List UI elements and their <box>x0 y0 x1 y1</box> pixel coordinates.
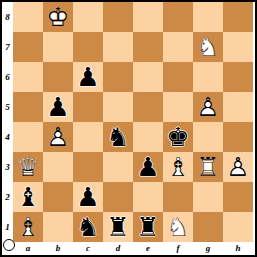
white-knight[interactable]: ♞♘ <box>193 32 223 62</box>
square-b3[interactable] <box>43 152 73 182</box>
rank-label-1: 1 <box>2 212 13 242</box>
square-f4[interactable]: ♚ <box>163 122 193 152</box>
black-piece-glyph: ♞ <box>73 212 103 242</box>
square-a7[interactable] <box>13 32 43 62</box>
file-label-g: g <box>193 242 223 255</box>
square-e2[interactable] <box>133 182 163 212</box>
square-c5[interactable] <box>73 92 103 122</box>
white-king[interactable]: ♚♔ <box>43 2 73 32</box>
white-piece-fill: ♞ <box>193 32 223 62</box>
square-d8[interactable] <box>103 2 133 32</box>
rank-label-5: 5 <box>2 92 13 122</box>
black-piece-glyph: ♚ <box>163 122 193 152</box>
square-e5[interactable] <box>133 92 163 122</box>
square-g3[interactable]: ♜♖ <box>193 152 223 182</box>
white-rook[interactable]: ♜♖ <box>193 152 223 182</box>
file-label-e: e <box>133 242 163 255</box>
square-b1[interactable] <box>43 212 73 242</box>
white-piece-outline: ♕ <box>13 152 43 182</box>
square-e6[interactable] <box>133 62 163 92</box>
black-bishop[interactable]: ♝ <box>13 182 43 212</box>
square-e3[interactable]: ♟ <box>133 152 163 182</box>
white-to-move-indicator <box>3 239 15 251</box>
black-piece-glyph: ♟ <box>73 62 103 92</box>
black-piece-glyph: ♟ <box>43 92 73 122</box>
white-piece-fill: ♚ <box>43 2 73 32</box>
square-e1[interactable]: ♜ <box>133 212 163 242</box>
square-a8[interactable] <box>13 2 43 32</box>
white-piece-outline: ♔ <box>43 2 73 32</box>
white-pawn[interactable]: ♟♙ <box>43 122 73 152</box>
square-h5[interactable] <box>223 92 253 122</box>
black-pawn[interactable]: ♟ <box>73 182 103 212</box>
square-e4[interactable] <box>133 122 163 152</box>
square-d6[interactable] <box>103 62 133 92</box>
square-h1[interactable] <box>223 212 253 242</box>
file-labels: abcdefgh <box>13 242 253 255</box>
square-a4[interactable] <box>13 122 43 152</box>
square-f2[interactable] <box>163 182 193 212</box>
black-pawn[interactable]: ♟ <box>73 62 103 92</box>
white-piece-fill: ♟ <box>193 92 223 122</box>
square-g4[interactable] <box>193 122 223 152</box>
white-knight[interactable]: ♞♘ <box>163 212 193 242</box>
square-h8[interactable] <box>223 2 253 32</box>
square-b7[interactable] <box>43 32 73 62</box>
square-e7[interactable] <box>133 32 163 62</box>
white-queen[interactable]: ♛♕ <box>13 152 43 182</box>
square-h6[interactable] <box>223 62 253 92</box>
white-pawn[interactable]: ♟♙ <box>223 152 253 182</box>
square-c7[interactable] <box>73 32 103 62</box>
rank-label-7: 7 <box>2 32 13 62</box>
file-label-d: d <box>103 242 133 255</box>
file-label-f: f <box>163 242 193 255</box>
white-piece-outline: ♖ <box>193 152 223 182</box>
white-bishop[interactable]: ♝♗ <box>163 152 193 182</box>
square-b2[interactable] <box>43 182 73 212</box>
white-piece-fill: ♜ <box>193 152 223 182</box>
square-d5[interactable] <box>103 92 133 122</box>
white-piece-fill: ♝ <box>13 212 43 242</box>
black-piece-glyph: ♜ <box>133 212 163 242</box>
square-c6[interactable]: ♟ <box>73 62 103 92</box>
square-g1[interactable] <box>193 212 223 242</box>
white-piece-fill: ♝ <box>163 152 193 182</box>
square-b5[interactable]: ♟ <box>43 92 73 122</box>
square-c3[interactable] <box>73 152 103 182</box>
white-piece-fill: ♞ <box>163 212 193 242</box>
white-piece-outline: ♗ <box>163 152 193 182</box>
square-c4[interactable] <box>73 122 103 152</box>
square-a2[interactable]: ♝ <box>13 182 43 212</box>
square-h7[interactable] <box>223 32 253 62</box>
square-d7[interactable] <box>103 32 133 62</box>
square-h4[interactable] <box>223 122 253 152</box>
square-e8[interactable] <box>133 2 163 32</box>
black-piece-glyph: ♞ <box>103 122 133 152</box>
square-h2[interactable] <box>223 182 253 212</box>
file-label-a: a <box>13 242 43 255</box>
square-g7[interactable]: ♞♘ <box>193 32 223 62</box>
file-label-c: c <box>73 242 103 255</box>
square-d1[interactable]: ♜ <box>103 212 133 242</box>
square-b4[interactable]: ♟♙ <box>43 122 73 152</box>
chess-board[interactable]: ♚♔♞♘♟♟♟♙♟♙♞♚♛♕♟♝♗♜♖♟♙♝♟♝♗♞♜♜♞♘ <box>13 2 253 242</box>
file-label-b: b <box>43 242 73 255</box>
black-pawn[interactable]: ♟ <box>133 152 163 182</box>
square-a5[interactable] <box>13 92 43 122</box>
chess-diagram: 87654321 ♚♔♞♘♟♟♟♙♟♙♞♚♛♕♟♝♗♜♖♟♙♝♟♝♗♞♜♜♞♘ … <box>0 0 257 257</box>
white-piece-outline: ♙ <box>43 122 73 152</box>
rank-label-3: 3 <box>2 152 13 182</box>
square-b8[interactable]: ♚♔ <box>43 2 73 32</box>
black-piece-glyph: ♝ <box>13 182 43 212</box>
square-d4[interactable]: ♞ <box>103 122 133 152</box>
white-bishop[interactable]: ♝♗ <box>13 212 43 242</box>
square-f3[interactable]: ♝♗ <box>163 152 193 182</box>
square-a3[interactable]: ♛♕ <box>13 152 43 182</box>
square-c2[interactable]: ♟ <box>73 182 103 212</box>
rank-labels: 87654321 <box>2 2 13 242</box>
black-piece-glyph: ♟ <box>73 182 103 212</box>
white-piece-outline: ♙ <box>223 152 253 182</box>
rank-label-2: 2 <box>2 182 13 212</box>
rank-label-4: 4 <box>2 122 13 152</box>
white-piece-outline: ♗ <box>13 212 43 242</box>
rank-label-8: 8 <box>2 2 13 32</box>
square-c8[interactable] <box>73 2 103 32</box>
white-piece-fill: ♟ <box>43 122 73 152</box>
square-f7[interactable] <box>163 32 193 62</box>
square-h3[interactable]: ♟♙ <box>223 152 253 182</box>
square-a1[interactable]: ♝♗ <box>13 212 43 242</box>
white-piece-outline: ♘ <box>163 212 193 242</box>
square-g6[interactable] <box>193 62 223 92</box>
square-c1[interactable]: ♞ <box>73 212 103 242</box>
square-f1[interactable]: ♞♘ <box>163 212 193 242</box>
black-piece-glyph: ♟ <box>133 152 163 182</box>
square-b6[interactable] <box>43 62 73 92</box>
white-piece-outline: ♘ <box>193 32 223 62</box>
square-g8[interactable] <box>193 2 223 32</box>
square-g2[interactable] <box>193 182 223 212</box>
black-knight[interactable]: ♞ <box>103 122 133 152</box>
white-piece-fill: ♛ <box>13 152 43 182</box>
white-piece-fill: ♟ <box>223 152 253 182</box>
square-g5[interactable]: ♟♙ <box>193 92 223 122</box>
square-f6[interactable] <box>163 62 193 92</box>
square-f5[interactable] <box>163 92 193 122</box>
black-rook[interactable]: ♜ <box>103 212 133 242</box>
white-piece-outline: ♙ <box>193 92 223 122</box>
black-king[interactable]: ♚ <box>163 122 193 152</box>
file-label-h: h <box>223 242 253 255</box>
white-pawn[interactable]: ♟♙ <box>193 92 223 122</box>
rank-label-6: 6 <box>2 62 13 92</box>
black-piece-glyph: ♜ <box>103 212 133 242</box>
black-rook[interactable]: ♜ <box>133 212 163 242</box>
square-f8[interactable] <box>163 2 193 32</box>
square-d3[interactable] <box>103 152 133 182</box>
square-d2[interactable] <box>103 182 133 212</box>
square-a6[interactable] <box>13 62 43 92</box>
black-pawn[interactable]: ♟ <box>43 92 73 122</box>
black-knight[interactable]: ♞ <box>73 212 103 242</box>
